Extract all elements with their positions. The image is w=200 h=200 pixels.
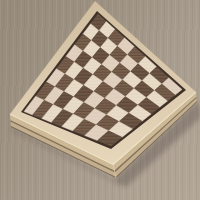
chessboard	[0, 0, 200, 200]
chessboard-photo	[0, 0, 200, 200]
